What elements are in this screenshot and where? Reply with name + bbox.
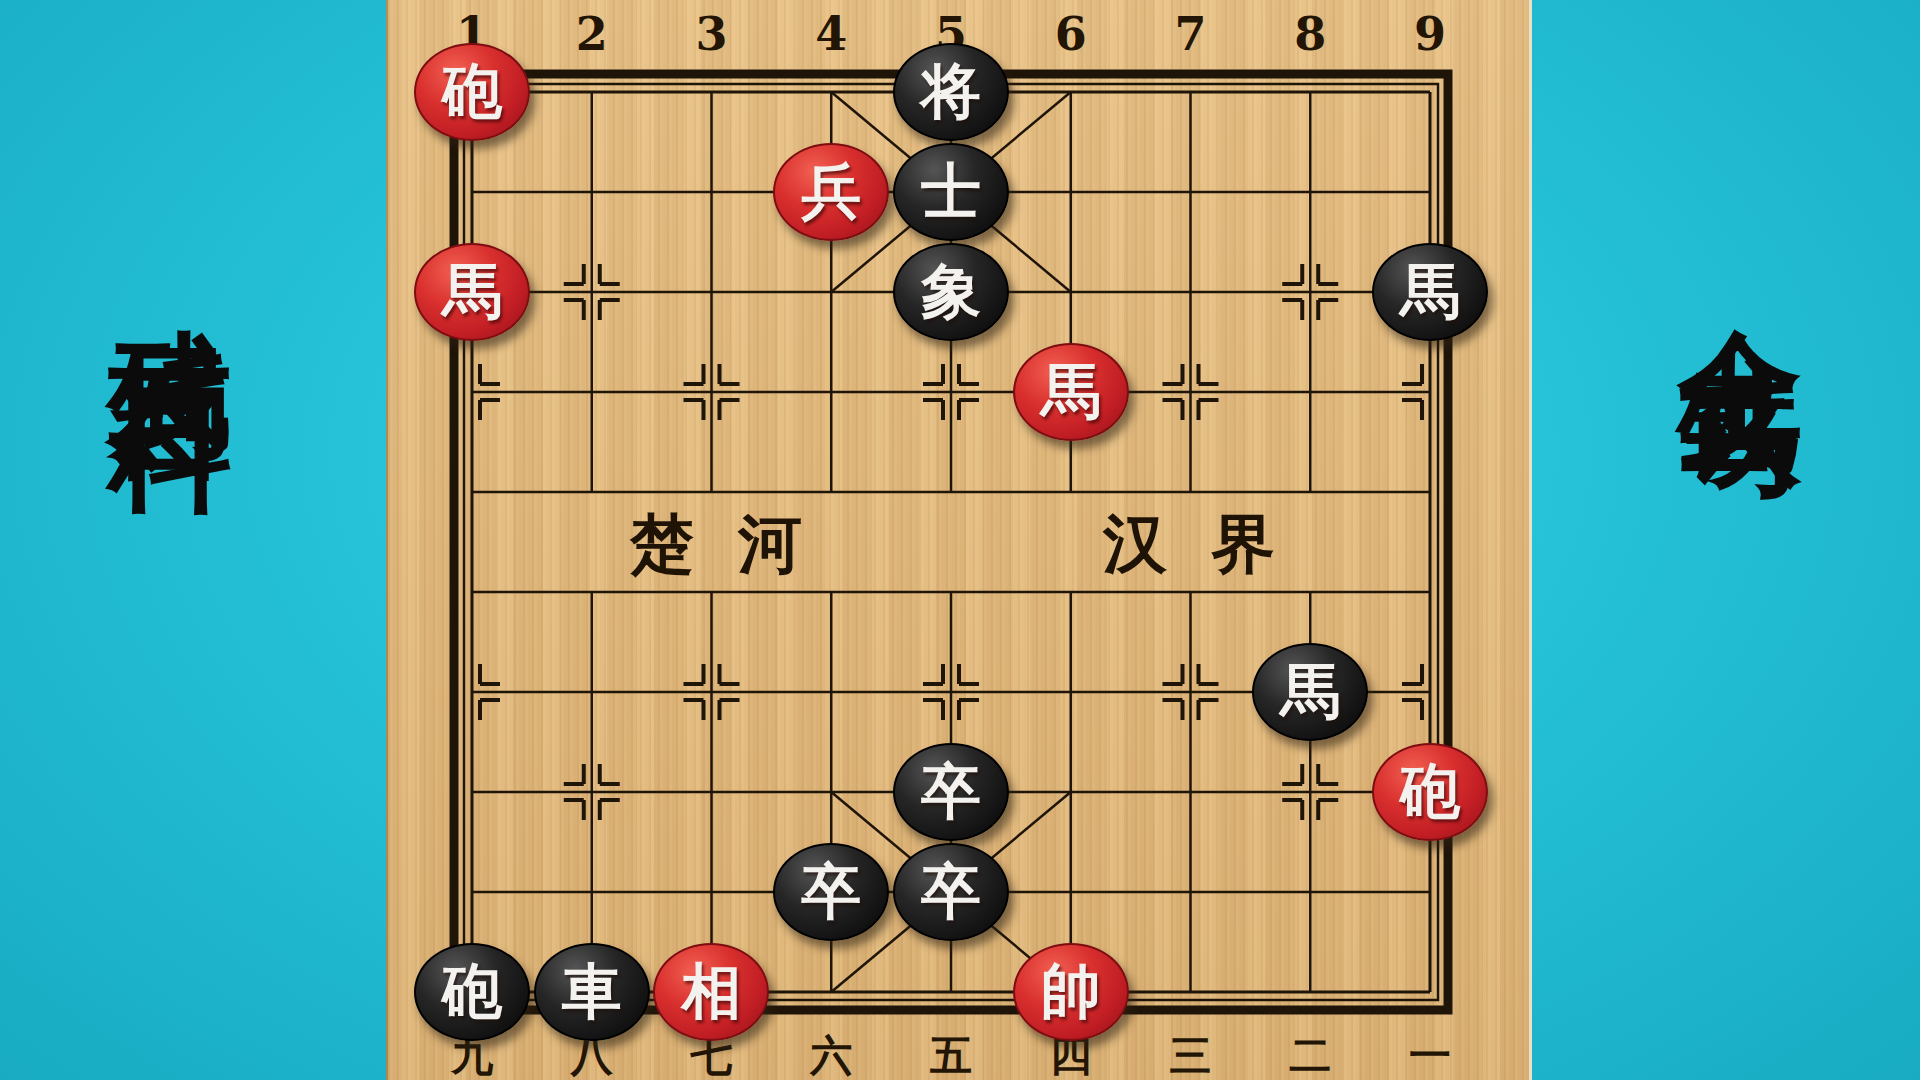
piece-black-soldier[interactable]: 卒: [773, 843, 889, 941]
piece-red-soldier[interactable]: 兵: [773, 143, 889, 241]
intersection-f4-r1: 兵: [771, 142, 891, 242]
left-banner-title: 残局百科: [110, 228, 234, 316]
piece-glyph: 卒: [921, 762, 981, 822]
intersection-f8-r6: 馬: [1250, 642, 1370, 742]
xiangqi-board: 楚河 汉界 123456789 九八七六五四三二一 砲将兵士馬象馬馬馬卒砲卒卒砲…: [386, 0, 1532, 1080]
piece-red-cannon[interactable]: 砲: [1372, 743, 1488, 841]
piece-black-soldier[interactable]: 卒: [893, 843, 1009, 941]
piece-glyph: 卒: [801, 862, 861, 922]
intersection-f5-r0: 将: [891, 42, 1011, 142]
piece-glyph: 砲: [1400, 762, 1460, 822]
intersection-f1-r9: 砲: [412, 942, 532, 1042]
piece-glyph: 帥: [1041, 962, 1101, 1022]
piece-glyph: 車: [562, 962, 622, 1022]
piece-glyph: 卒: [921, 862, 981, 922]
piece-black-horse[interactable]: 馬: [1372, 243, 1488, 341]
piece-red-cannon[interactable]: 砲: [414, 43, 530, 141]
piece-glyph: 士: [921, 162, 981, 222]
piece-red-elephant[interactable]: 相: [653, 943, 769, 1041]
piece-glyph: 馬: [1280, 662, 1340, 722]
piece-glyph: 象: [921, 262, 981, 322]
pieces-layer: 砲将兵士馬象馬馬馬卒砲卒卒砲車相帥: [412, 42, 1490, 1042]
piece-black-horse[interactable]: 馬: [1252, 643, 1368, 741]
intersection-f6-r9: 帥: [1011, 942, 1131, 1042]
intersection-f5-r8: 卒: [891, 842, 1011, 942]
piece-glyph: 馬: [1400, 262, 1460, 322]
piece-glyph: 砲: [442, 62, 502, 122]
intersection-f5-r7: 卒: [891, 742, 1011, 842]
intersection-f4-r8: 卒: [771, 842, 891, 942]
intersection-f5-r2: 象: [891, 242, 1011, 342]
intersection-f9-r2: 馬: [1370, 242, 1490, 342]
piece-black-advisor[interactable]: 士: [893, 143, 1009, 241]
piece-black-soldier[interactable]: 卒: [893, 743, 1009, 841]
piece-red-horse[interactable]: 馬: [414, 243, 530, 341]
intersection-f2-r9: 車: [532, 942, 652, 1042]
intersection-f3-r9: 相: [652, 942, 772, 1042]
right-banner-title: 金戈铁马: [1680, 228, 1804, 316]
piece-black-cannon[interactable]: 砲: [414, 943, 530, 1041]
piece-glyph: 馬: [1041, 362, 1101, 422]
intersection-f5-r1: 士: [891, 142, 1011, 242]
piece-glyph: 砲: [442, 962, 502, 1022]
piece-glyph: 将: [921, 62, 981, 122]
intersection-f1-r0: 砲: [412, 42, 532, 142]
piece-black-chariot[interactable]: 車: [534, 943, 650, 1041]
piece-black-general[interactable]: 将: [893, 43, 1009, 141]
piece-glyph: 相: [681, 962, 741, 1022]
piece-red-general[interactable]: 帥: [1013, 943, 1129, 1041]
intersection-f6-r3: 馬: [1011, 342, 1131, 442]
piece-red-horse[interactable]: 馬: [1013, 343, 1129, 441]
intersection-f1-r2: 馬: [412, 242, 532, 342]
piece-glyph: 兵: [801, 162, 861, 222]
intersection-f9-r7: 砲: [1370, 742, 1490, 842]
piece-glyph: 馬: [442, 262, 502, 322]
piece-black-elephant[interactable]: 象: [893, 243, 1009, 341]
